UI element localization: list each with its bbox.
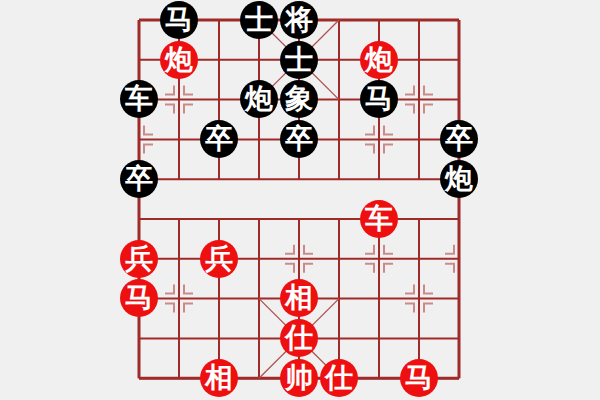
board-point-0-4[interactable]: 卒 [119, 159, 159, 199]
board-point-1-6[interactable] [159, 239, 199, 279]
board-point-2-1[interactable] [199, 40, 239, 80]
board-point-6-8[interactable] [359, 318, 399, 358]
board-point-0-7[interactable]: 马 [119, 279, 159, 319]
board-point-1-2[interactable] [159, 80, 199, 120]
xiangqi-board: 马士将炮士炮车炮象马卒卒卒卒炮车兵兵马相仕相帅仕马 [119, 0, 479, 398]
board-point-5-2[interactable] [319, 80, 359, 120]
board-point-3-6[interactable] [239, 239, 279, 279]
board-point-0-3[interactable] [119, 119, 159, 159]
piece-black-soldier[interactable]: 卒 [440, 120, 478, 158]
piece-red-advisor[interactable]: 仕 [280, 319, 318, 357]
board-point-5-5[interactable] [319, 199, 359, 239]
board-point-8-6[interactable] [439, 239, 479, 279]
board-point-8-0[interactable] [439, 0, 479, 40]
board-point-2-0[interactable] [199, 0, 239, 40]
board-point-5-1[interactable] [319, 40, 359, 80]
piece-black-soldier[interactable]: 卒 [120, 160, 158, 198]
board-point-6-3[interactable] [359, 119, 399, 159]
board-point-7-8[interactable] [399, 318, 439, 358]
board-point-7-9[interactable]: 马 [399, 358, 439, 398]
board-point-3-8[interactable] [239, 318, 279, 358]
board-point-7-6[interactable] [399, 239, 439, 279]
board-point-0-1[interactable] [119, 40, 159, 80]
board-point-6-6[interactable] [359, 239, 399, 279]
piece-red-general[interactable]: 帅 [280, 359, 318, 397]
board-point-4-7[interactable]: 相 [279, 279, 319, 319]
piece-black-chariot[interactable]: 车 [120, 80, 158, 118]
board-point-4-2[interactable]: 象 [279, 80, 319, 120]
board-point-7-4[interactable] [399, 159, 439, 199]
board-point-2-8[interactable] [199, 318, 239, 358]
board-point-8-2[interactable] [439, 80, 479, 120]
piece-black-elephant[interactable]: 象 [280, 80, 318, 118]
board-point-1-4[interactable] [159, 159, 199, 199]
board-point-0-6[interactable]: 兵 [119, 239, 159, 279]
board-point-1-7[interactable] [159, 279, 199, 319]
board-point-3-3[interactable] [239, 119, 279, 159]
board-point-1-9[interactable] [159, 358, 199, 398]
piece-black-advisor[interactable]: 士 [240, 1, 278, 39]
board-point-3-2[interactable]: 炮 [239, 80, 279, 120]
piece-black-general[interactable]: 将 [280, 1, 318, 39]
board-point-8-9[interactable] [439, 358, 479, 398]
piece-black-soldier[interactable]: 卒 [200, 120, 238, 158]
board-point-5-8[interactable] [319, 318, 359, 358]
board-point-7-3[interactable] [399, 119, 439, 159]
board-point-6-9[interactable] [359, 358, 399, 398]
board-point-7-5[interactable] [399, 199, 439, 239]
board-point-7-1[interactable] [399, 40, 439, 80]
board-point-3-1[interactable] [239, 40, 279, 80]
board-point-2-2[interactable] [199, 80, 239, 120]
board-point-2-7[interactable] [199, 279, 239, 319]
board-point-1-1[interactable]: 炮 [159, 40, 199, 80]
piece-red-elephant[interactable]: 相 [200, 359, 238, 397]
piece-red-cannon[interactable]: 炮 [160, 41, 198, 79]
piece-red-cannon[interactable]: 炮 [360, 41, 398, 79]
board-point-2-4[interactable] [199, 159, 239, 199]
board-point-4-5[interactable] [279, 199, 319, 239]
board-point-2-3[interactable]: 卒 [199, 119, 239, 159]
piece-black-horse[interactable]: 马 [160, 1, 198, 39]
board-point-4-8[interactable]: 仕 [279, 318, 319, 358]
board-point-0-5[interactable] [119, 199, 159, 239]
board-point-6-5[interactable]: 车 [359, 199, 399, 239]
xiangqi-board-screen: 马士将炮士炮车炮象马卒卒卒卒炮车兵兵马相仕相帅仕马 [0, 0, 600, 400]
board-point-6-2[interactable]: 马 [359, 80, 399, 120]
board-point-0-8[interactable] [119, 318, 159, 358]
piece-black-horse[interactable]: 马 [360, 80, 398, 118]
board-point-5-9[interactable]: 仕 [319, 358, 359, 398]
board-point-2-9[interactable]: 相 [199, 358, 239, 398]
board-point-7-0[interactable] [399, 0, 439, 40]
board-point-8-1[interactable] [439, 40, 479, 80]
board-point-4-0[interactable]: 将 [279, 0, 319, 40]
board-point-8-7[interactable] [439, 279, 479, 319]
board-point-6-0[interactable] [359, 0, 399, 40]
board-point-3-4[interactable] [239, 159, 279, 199]
board-point-8-5[interactable] [439, 199, 479, 239]
board-point-4-4[interactable] [279, 159, 319, 199]
board-point-6-1[interactable]: 炮 [359, 40, 399, 80]
piece-black-advisor[interactable]: 士 [280, 41, 318, 79]
board-point-5-7[interactable] [319, 279, 359, 319]
board-point-1-8[interactable] [159, 318, 199, 358]
board-point-0-0[interactable] [119, 0, 159, 40]
piece-red-elephant[interactable]: 相 [280, 279, 318, 317]
piece-red-horse[interactable]: 马 [120, 279, 158, 317]
board-point-7-2[interactable] [399, 80, 439, 120]
board-point-3-9[interactable] [239, 358, 279, 398]
piece-black-cannon[interactable]: 炮 [240, 80, 278, 118]
board-point-5-0[interactable] [319, 0, 359, 40]
board-point-1-3[interactable] [159, 119, 199, 159]
piece-red-soldier[interactable]: 兵 [200, 240, 238, 278]
board-point-4-9[interactable]: 帅 [279, 358, 319, 398]
piece-black-soldier[interactable]: 卒 [280, 120, 318, 158]
board-point-0-2[interactable]: 车 [119, 80, 159, 120]
piece-red-soldier[interactable]: 兵 [120, 240, 158, 278]
board-point-8-8[interactable] [439, 318, 479, 358]
board-point-8-4[interactable]: 炮 [439, 159, 479, 199]
board-point-2-5[interactable] [199, 199, 239, 239]
board-point-3-5[interactable] [239, 199, 279, 239]
board-point-5-4[interactable] [319, 159, 359, 199]
board-point-2-6[interactable]: 兵 [199, 239, 239, 279]
board-point-6-7[interactable] [359, 279, 399, 319]
piece-red-advisor[interactable]: 仕 [320, 359, 358, 397]
board-point-4-6[interactable] [279, 239, 319, 279]
board-point-5-3[interactable] [319, 119, 359, 159]
board-point-3-0[interactable]: 士 [239, 0, 279, 40]
board-point-4-1[interactable]: 士 [279, 40, 319, 80]
board-point-1-5[interactable] [159, 199, 199, 239]
board-point-4-3[interactable]: 卒 [279, 119, 319, 159]
board-point-7-7[interactable] [399, 279, 439, 319]
board-point-5-6[interactable] [319, 239, 359, 279]
board-point-0-9[interactable] [119, 358, 159, 398]
board-point-3-7[interactable] [239, 279, 279, 319]
piece-red-chariot[interactable]: 车 [360, 200, 398, 238]
piece-black-cannon[interactable]: 炮 [440, 160, 478, 198]
board-point-6-4[interactable] [359, 159, 399, 199]
board-point-8-3[interactable]: 卒 [439, 119, 479, 159]
board-point-1-0[interactable]: 马 [159, 0, 199, 40]
piece-red-horse[interactable]: 马 [400, 359, 438, 397]
